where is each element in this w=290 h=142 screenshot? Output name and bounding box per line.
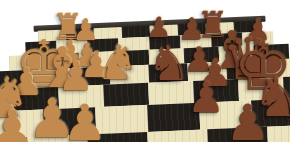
dark-knight[interactable]: ♞: [147, 39, 190, 87]
pieces-layer: ♟♜♟♜♟♟♟♟♝♟♟♞♛♞♟♚♝♟♚♟♟♞♞♟♟♟♟: [0, 0, 290, 142]
light-pawn[interactable]: ♟: [63, 98, 108, 142]
chessboard-photo: ♟♜♟♜♟♟♟♟♝♟♟♞♛♞♟♚♝♟♚♟♟♞♞♟♟♟♟: [0, 0, 290, 142]
dark-pawn[interactable]: ♟: [226, 98, 271, 142]
light-pawn[interactable]: ♟: [0, 103, 37, 142]
light-knight[interactable]: ♞: [95, 38, 138, 86]
dark-pawn[interactable]: ♟: [187, 77, 225, 119]
